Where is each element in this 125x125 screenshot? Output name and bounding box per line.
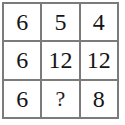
- cell-r3c2-missing: ?: [42, 81, 78, 117]
- cell-r1c1: 6: [4, 4, 40, 40]
- cell-r3c1: 6: [4, 81, 40, 117]
- cell-r1c2: 5: [42, 4, 78, 40]
- cell-r2c3: 12: [81, 42, 117, 78]
- cell-r1c3: 4: [81, 4, 117, 40]
- cell-r3c3: 8: [81, 81, 117, 117]
- puzzle-grid: 6 5 4 6 12 12 6 ? 8: [2, 2, 119, 119]
- cell-r2c1: 6: [4, 42, 40, 78]
- cell-r2c2: 12: [42, 42, 78, 78]
